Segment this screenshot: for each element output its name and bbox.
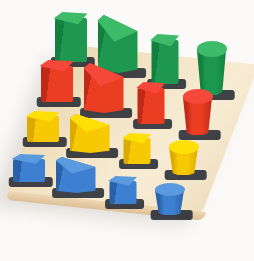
- photo-scene: [0, 0, 254, 261]
- slot-r0c2: [141, 38, 188, 78]
- slot-r3c2: [99, 158, 146, 198]
- slot-r0c3: [188, 49, 235, 89]
- blue-square-prism-piece[interactable]: [13, 154, 45, 182]
- board-grid: [47, 16, 235, 176]
- slot-r3c1: [52, 147, 99, 187]
- red-triangular-prism-piece[interactable]: [84, 63, 124, 113]
- slot-r2c3: [160, 129, 207, 169]
- slot-r1c3: [174, 89, 221, 129]
- green-square-prism-piece[interactable]: [55, 12, 87, 62]
- blue-cylinder-piece[interactable]: [155, 183, 185, 215]
- slot-r3c3: [146, 169, 193, 209]
- slot-r3c0: [5, 136, 52, 176]
- slot-r2c2: [113, 118, 160, 158]
- green-cylinder-piece[interactable]: [197, 41, 227, 95]
- slot-r2c0: [19, 96, 66, 136]
- slot-r1c2: [127, 78, 174, 118]
- blue-triangular-prism-piece[interactable]: [56, 157, 96, 193]
- slot-r0c1: [94, 27, 141, 67]
- slot-r1c1: [80, 67, 127, 107]
- slot-r0c0: [47, 16, 94, 56]
- green-square-prism-piece[interactable]: [151, 34, 178, 84]
- blue-square-prism-piece[interactable]: [109, 176, 136, 204]
- slot-r1c0: [33, 56, 80, 96]
- slot-r2c1: [66, 107, 113, 147]
